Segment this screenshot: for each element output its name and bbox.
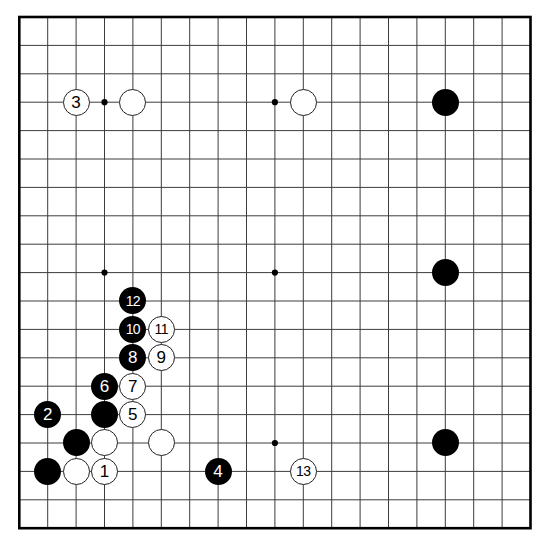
stone-white-move-13: 13 — [290, 458, 317, 485]
stone-black — [432, 429, 459, 456]
stone-white-move-7: 7 — [119, 373, 146, 400]
move-number-label: 13 — [296, 464, 310, 478]
stone-black-move-4: 4 — [205, 458, 232, 485]
move-number-label: 9 — [157, 349, 166, 366]
move-number-label: 11 — [155, 322, 168, 336]
move-number-label: 6 — [100, 377, 109, 394]
stone-black — [432, 259, 459, 286]
stone-black — [91, 401, 118, 428]
stone-black-move-12: 12 — [119, 287, 146, 314]
stone-white-move-1: 1 — [91, 458, 118, 485]
stone-black-move-8: 8 — [119, 344, 146, 371]
stone-black-move-6: 6 — [91, 373, 118, 400]
move-number-label: 10 — [126, 322, 140, 336]
stone-white — [63, 458, 90, 485]
move-number-label: 2 — [43, 405, 52, 422]
stone-black-move-2: 2 — [34, 401, 61, 428]
stone-white — [91, 429, 118, 456]
stone-black-move-10: 10 — [119, 316, 146, 343]
stone-white-move-11: 11 — [148, 316, 175, 343]
move-number-label: 4 — [213, 462, 222, 479]
go-board: 31210118967251413 — [5, 3, 544, 542]
stone-black — [63, 429, 90, 456]
stone-white-move-9: 9 — [148, 344, 175, 371]
stone-white — [290, 89, 317, 116]
stone-white — [119, 89, 146, 116]
move-number-label: 12 — [126, 293, 140, 307]
go-board-diagram: 31210118967251413 — [0, 0, 550, 545]
move-number-label: 1 — [100, 462, 109, 479]
stone-white-move-3: 3 — [63, 89, 90, 116]
stone-black — [432, 89, 459, 116]
stone-white — [148, 429, 175, 456]
move-number-label: 5 — [128, 405, 137, 422]
move-number-label: 7 — [128, 377, 137, 394]
stone-white-move-5: 5 — [119, 401, 146, 428]
move-number-label: 3 — [71, 93, 80, 110]
stone-black — [34, 458, 61, 485]
move-number-label: 8 — [128, 349, 137, 366]
